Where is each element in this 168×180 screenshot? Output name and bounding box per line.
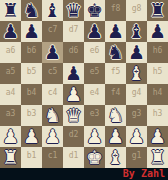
piece-white-bishop: ♝ bbox=[107, 147, 124, 168]
credit-text: By Zahl bbox=[123, 168, 165, 180]
square-h1[interactable]: ♜ bbox=[147, 147, 168, 168]
square-coordinate-label: g8 bbox=[126, 5, 147, 13]
square-f6[interactable]: ♞ bbox=[105, 42, 126, 63]
square-coordinate-label: b3 bbox=[21, 110, 42, 118]
piece-black-pawn: ♟ bbox=[2, 21, 19, 42]
square-coordinate-label: b5 bbox=[21, 68, 42, 76]
square-coordinate-label: e5 bbox=[84, 68, 105, 76]
square-d4[interactable]: ♟ bbox=[63, 84, 84, 105]
square-f5[interactable]: f5 bbox=[105, 63, 126, 84]
piece-black-bishop: ♝ bbox=[128, 21, 145, 42]
square-coordinate-label: c7 bbox=[42, 26, 63, 34]
square-h6[interactable]: h6 bbox=[147, 42, 168, 63]
square-coordinate-label: b6 bbox=[21, 47, 42, 55]
square-g8[interactable]: g8 bbox=[126, 0, 147, 21]
piece-white-rook: ♜ bbox=[2, 147, 19, 168]
square-coordinate-label: d7 bbox=[63, 26, 84, 34]
square-coordinate-label: h6 bbox=[147, 47, 168, 55]
status-bar: By Zahl bbox=[0, 168, 168, 180]
square-c7[interactable]: c7 bbox=[42, 21, 63, 42]
square-a7[interactable]: ♟ bbox=[0, 21, 21, 42]
piece-black-queen: ♛ bbox=[65, 0, 82, 21]
square-g4[interactable]: g4 bbox=[126, 84, 147, 105]
square-c4[interactable]: c4 bbox=[42, 84, 63, 105]
piece-black-bishop: ♝ bbox=[44, 0, 61, 21]
square-e5[interactable]: e5 bbox=[84, 63, 105, 84]
square-h3[interactable]: h3 bbox=[147, 105, 168, 126]
square-coordinate-label: g3 bbox=[126, 110, 147, 118]
square-coordinate-label: d6 bbox=[63, 47, 84, 55]
square-b6[interactable]: b6 bbox=[21, 42, 42, 63]
piece-white-pawn: ♟ bbox=[128, 126, 145, 147]
piece-white-pawn: ♟ bbox=[65, 84, 82, 105]
piece-white-pawn: ♟ bbox=[149, 126, 166, 147]
square-g5[interactable]: ♝ bbox=[126, 63, 147, 84]
square-c5[interactable]: c5 bbox=[42, 63, 63, 84]
square-c3[interactable]: ♞ bbox=[42, 105, 63, 126]
square-coordinate-label: a3 bbox=[0, 110, 21, 118]
square-b3[interactable]: b3 bbox=[21, 105, 42, 126]
piece-white-queen: ♛ bbox=[65, 105, 82, 126]
piece-white-pawn: ♟ bbox=[23, 126, 40, 147]
square-h7[interactable]: ♟ bbox=[147, 21, 168, 42]
square-b5[interactable]: b5 bbox=[21, 63, 42, 84]
square-coordinate-label: e6 bbox=[84, 47, 105, 55]
piece-white-pawn: ♟ bbox=[107, 126, 124, 147]
piece-black-pawn: ♟ bbox=[44, 42, 61, 63]
square-coordinate-label: e3 bbox=[84, 110, 105, 118]
square-b7[interactable]: ♟ bbox=[21, 21, 42, 42]
square-d3[interactable]: ♛ bbox=[63, 105, 84, 126]
square-coordinate-label: g1 bbox=[126, 152, 147, 160]
square-b8[interactable]: ♞ bbox=[21, 0, 42, 21]
square-g7[interactable]: ♝ bbox=[126, 21, 147, 42]
piece-black-pawn: ♟ bbox=[65, 63, 82, 84]
piece-white-knight: ♞ bbox=[107, 105, 124, 126]
square-e1[interactable]: ♚ bbox=[84, 147, 105, 168]
square-d8[interactable]: ♛ bbox=[63, 0, 84, 21]
square-c1[interactable]: c1 bbox=[42, 147, 63, 168]
square-f1[interactable]: ♝ bbox=[105, 147, 126, 168]
square-coordinate-label: h3 bbox=[147, 110, 168, 118]
square-coordinate-label: g4 bbox=[126, 89, 147, 97]
square-e4[interactable]: e4 bbox=[84, 84, 105, 105]
square-coordinate-label: d2 bbox=[63, 131, 84, 139]
square-d6[interactable]: d6 bbox=[63, 42, 84, 63]
square-a4[interactable]: a4 bbox=[0, 84, 21, 105]
square-e7[interactable]: ♟ bbox=[84, 21, 105, 42]
piece-black-king: ♚ bbox=[86, 0, 103, 21]
square-coordinate-label: e4 bbox=[84, 89, 105, 97]
square-c6[interactable]: ♟ bbox=[42, 42, 63, 63]
square-coordinate-label: d1 bbox=[63, 152, 84, 160]
square-b2[interactable]: ♟ bbox=[21, 126, 42, 147]
square-coordinate-label: f5 bbox=[105, 68, 126, 76]
piece-black-knight: ♞ bbox=[23, 0, 40, 21]
square-a1[interactable]: ♜ bbox=[0, 147, 21, 168]
square-c2[interactable]: ♟ bbox=[42, 126, 63, 147]
square-coordinate-label: f8 bbox=[105, 5, 126, 13]
square-a8[interactable]: ♜ bbox=[0, 0, 21, 21]
square-coordinate-label: b4 bbox=[21, 89, 42, 97]
piece-white-bishop: ♝ bbox=[128, 63, 145, 84]
square-f8[interactable]: f8 bbox=[105, 0, 126, 21]
square-a3[interactable]: a3 bbox=[0, 105, 21, 126]
square-d1[interactable]: d1 bbox=[63, 147, 84, 168]
piece-white-pawn: ♟ bbox=[2, 126, 19, 147]
square-a5[interactable]: a5 bbox=[0, 63, 21, 84]
square-g2[interactable]: ♟ bbox=[126, 126, 147, 147]
square-coordinate-label: b1 bbox=[21, 152, 42, 160]
square-coordinate-label: a5 bbox=[0, 68, 21, 76]
square-e8[interactable]: ♚ bbox=[84, 0, 105, 21]
square-f3[interactable]: ♞ bbox=[105, 105, 126, 126]
piece-white-pawn: ♟ bbox=[44, 126, 61, 147]
square-e2[interactable]: ♟ bbox=[84, 126, 105, 147]
chess-board: ♜♞♝♛♚f8g8♜♟♟c7d7♟♟♝♟a6b6♟d6e6♞♟h6a5b5c5♟… bbox=[0, 0, 168, 168]
piece-black-pawn: ♟ bbox=[107, 21, 124, 42]
square-coordinate-label: c5 bbox=[42, 68, 63, 76]
piece-white-king: ♚ bbox=[86, 147, 103, 168]
piece-black-rook: ♜ bbox=[2, 0, 19, 21]
square-g3[interactable]: g3 bbox=[126, 105, 147, 126]
square-coordinate-label: a6 bbox=[0, 47, 21, 55]
piece-black-knight: ♞ bbox=[107, 42, 124, 63]
square-h8[interactable]: ♜ bbox=[147, 0, 168, 21]
piece-white-pawn: ♟ bbox=[86, 126, 103, 147]
square-coordinate-label: f4 bbox=[105, 89, 126, 97]
piece-black-pawn: ♟ bbox=[128, 42, 145, 63]
square-coordinate-label: c4 bbox=[42, 89, 63, 97]
square-h2[interactable]: ♟ bbox=[147, 126, 168, 147]
piece-black-pawn: ♟ bbox=[149, 21, 166, 42]
square-a2[interactable]: ♟ bbox=[0, 126, 21, 147]
square-b1[interactable]: b1 bbox=[21, 147, 42, 168]
square-c8[interactable]: ♝ bbox=[42, 0, 63, 21]
square-d2[interactable]: d2 bbox=[63, 126, 84, 147]
square-g6[interactable]: ♟ bbox=[126, 42, 147, 63]
square-a6[interactable]: a6 bbox=[0, 42, 21, 63]
square-f7[interactable]: ♟ bbox=[105, 21, 126, 42]
square-e6[interactable]: e6 bbox=[84, 42, 105, 63]
square-f2[interactable]: ♟ bbox=[105, 126, 126, 147]
square-coordinate-label: a4 bbox=[0, 89, 21, 97]
square-h5[interactable]: h5 bbox=[147, 63, 168, 84]
piece-black-rook: ♜ bbox=[149, 0, 166, 21]
square-coordinate-label: h4 bbox=[147, 89, 168, 97]
square-d5[interactable]: ♟ bbox=[63, 63, 84, 84]
square-d7[interactable]: d7 bbox=[63, 21, 84, 42]
square-coordinate-label: c1 bbox=[42, 152, 63, 160]
square-e3[interactable]: e3 bbox=[84, 105, 105, 126]
piece-black-pawn: ♟ bbox=[23, 21, 40, 42]
square-coordinate-label: h5 bbox=[147, 68, 168, 76]
piece-black-pawn: ♟ bbox=[86, 21, 103, 42]
square-h4[interactable]: h4 bbox=[147, 84, 168, 105]
square-g1[interactable]: g1 bbox=[126, 147, 147, 168]
piece-white-knight: ♞ bbox=[44, 105, 61, 126]
square-f4[interactable]: f4 bbox=[105, 84, 126, 105]
square-b4[interactable]: b4 bbox=[21, 84, 42, 105]
piece-white-rook: ♜ bbox=[149, 147, 166, 168]
